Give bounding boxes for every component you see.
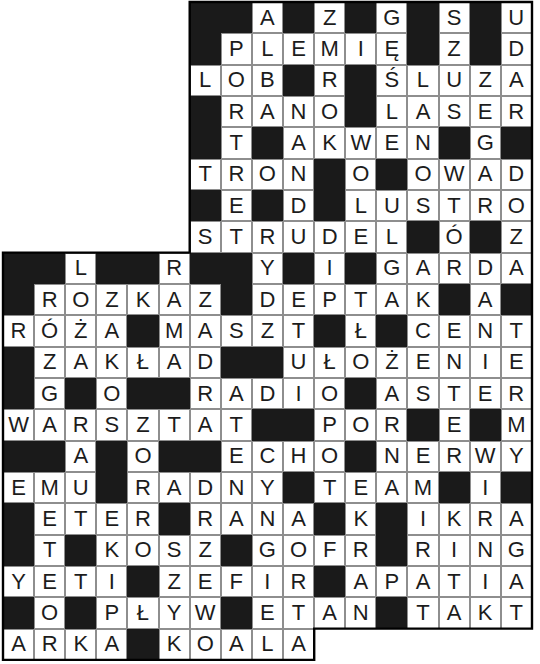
cell-r12c13: S (407, 378, 438, 409)
cell-r8c1 (34, 253, 65, 284)
cell-r1c10: M (314, 33, 345, 64)
cell-r7c9: U (283, 221, 314, 252)
cell-r12c14: T (439, 378, 470, 409)
cell-r9c1: R (34, 284, 65, 315)
cell-r8c6 (190, 253, 221, 284)
cell-r4c8 (252, 127, 283, 158)
cell-r17c3: K (96, 535, 127, 566)
cell-r13c10: P (314, 409, 345, 440)
cell-r15c2: U (65, 472, 96, 503)
cell-r19c11: N (345, 597, 376, 628)
cell-r7c8: R (252, 221, 283, 252)
cell-r0c10: Z (314, 2, 345, 33)
cell-r7c14: Ó (439, 221, 470, 252)
cell-r16c0 (3, 503, 34, 534)
cell-r4c9: A (283, 127, 314, 158)
cell-r19c8: E (252, 597, 283, 628)
cell-r5c14: W (439, 159, 470, 190)
cell-r16c8: N (252, 503, 283, 534)
cell-r4c7: T (221, 127, 252, 158)
cell-r18c2: T (65, 566, 96, 597)
cell-r3c16: R (501, 96, 532, 127)
cell-r15c15: I (470, 472, 501, 503)
cell-r16c13: I (407, 503, 438, 534)
cell-r15c13: M (407, 472, 438, 503)
cell-r14c3 (96, 441, 127, 472)
cell-r16c5 (159, 503, 190, 534)
cell-r10c9: T (283, 315, 314, 346)
cell-r7c13 (407, 221, 438, 252)
cell-r2c9 (283, 65, 314, 96)
cell-r20c3: A (96, 629, 127, 660)
cell-r6c8 (252, 190, 283, 221)
cell-r8c12: G (376, 253, 407, 284)
cell-r16c2: T (65, 503, 96, 534)
cell-r17c13: R (407, 535, 438, 566)
cell-r17c5: S (159, 535, 190, 566)
cell-r18c14: T (439, 566, 470, 597)
cell-r6c10 (314, 190, 345, 221)
cell-r15c0: E (3, 472, 34, 503)
cell-r16c6: R (190, 503, 221, 534)
cell-r0c12: G (376, 2, 407, 33)
cell-r9c7 (221, 284, 252, 315)
cell-r6c16: O (501, 190, 532, 221)
cell-r13c6: A (190, 409, 221, 440)
cell-r15c14 (439, 472, 470, 503)
cell-r8c13: A (407, 253, 438, 284)
cell-r14c8: C (252, 441, 283, 472)
cell-r9c8: D (252, 284, 283, 315)
cell-r15c3 (96, 472, 127, 503)
cell-r12c16: R (501, 378, 532, 409)
crossword-grid: AZGSUPLEMIĘZDLOBRŚLUZARANOLASERTAKWENGTR… (3, 2, 532, 660)
cell-r16c15: R (470, 503, 501, 534)
cell-r10c5: M (159, 315, 190, 346)
cell-r1c15 (470, 33, 501, 64)
cell-r10c2: Ż (65, 315, 96, 346)
cell-r11c3: K (96, 347, 127, 378)
cell-r9c5: A (159, 284, 190, 315)
cell-r19c16: T (501, 597, 532, 628)
cell-r19c14: A (439, 597, 470, 628)
cell-r13c9 (283, 409, 314, 440)
cell-r1c8: L (252, 33, 283, 64)
cell-r18c6: E (190, 566, 221, 597)
cell-r16c4: R (127, 503, 158, 534)
cell-r7c15 (470, 221, 501, 252)
cell-r12c2 (65, 378, 96, 409)
cell-r13c5: T (159, 409, 190, 440)
cell-r19c9: T (283, 597, 314, 628)
cell-r8c14: R (439, 253, 470, 284)
cell-r9c0 (3, 284, 34, 315)
cell-r19c5: Y (159, 597, 190, 628)
cell-r3c7: R (221, 96, 252, 127)
cell-r17c10: F (314, 535, 345, 566)
cell-r1c11: I (345, 33, 376, 64)
cell-r8c3 (96, 253, 127, 284)
cell-r15c1: M (34, 472, 65, 503)
cell-r18c12: P (376, 566, 407, 597)
cell-r9c11: T (345, 284, 376, 315)
cell-r5c12 (376, 159, 407, 190)
cell-r14c13: E (407, 441, 438, 472)
cell-r8c16: A (501, 253, 532, 284)
cell-r10c10 (314, 315, 345, 346)
cell-r6c7: E (221, 190, 252, 221)
cell-r10c4 (127, 315, 158, 346)
cell-r15c16 (501, 472, 532, 503)
cell-r9c9: E (283, 284, 314, 315)
cell-r14c0 (3, 441, 34, 472)
cell-r10c16: T (501, 315, 532, 346)
cell-r2c8: B (252, 65, 283, 96)
cell-r19c10: A (314, 597, 345, 628)
cell-r2c10: R (314, 65, 345, 96)
cell-r7c6: S (190, 221, 221, 252)
cell-r17c14: I (439, 535, 470, 566)
cell-r19c4: Ł (127, 597, 158, 628)
cell-r12c9: I (283, 378, 314, 409)
cell-r17c9: O (283, 535, 314, 566)
cell-r14c5 (159, 441, 190, 472)
cell-r10c15: N (470, 315, 501, 346)
cell-r18c3: I (96, 566, 127, 597)
cell-r7c11: E (345, 221, 376, 252)
cell-r0c6 (190, 2, 221, 33)
cell-r16c1: E (34, 503, 65, 534)
cell-r16c12 (376, 503, 407, 534)
cell-r11c10: Ł (314, 347, 345, 378)
cell-r3c11 (345, 96, 376, 127)
cell-r18c1: E (34, 566, 65, 597)
cell-r5c7: R (221, 159, 252, 190)
cell-r16c11: K (345, 503, 376, 534)
cell-r0c9 (283, 2, 314, 33)
cell-r7c16: Z (501, 221, 532, 252)
cell-r15c5: A (159, 472, 190, 503)
cell-r0c11 (345, 2, 376, 33)
cell-r12c8: D (252, 378, 283, 409)
cell-r19c12 (376, 597, 407, 628)
cell-r8c0 (3, 253, 34, 284)
cell-r15c10: T (314, 472, 345, 503)
cell-r10c12 (376, 315, 407, 346)
cell-r16c14: K (439, 503, 470, 534)
cell-r6c11: L (345, 190, 376, 221)
cell-r19c3: P (96, 597, 127, 628)
cell-r9c14 (439, 284, 470, 315)
cell-r10c8: Z (252, 315, 283, 346)
cell-r19c1: O (34, 597, 65, 628)
cell-r12c4 (127, 378, 158, 409)
cell-r3c10: O (314, 96, 345, 127)
cell-r14c10: O (314, 441, 345, 472)
cell-r2c11 (345, 65, 376, 96)
cell-r9c4: K (127, 284, 158, 315)
cell-r8c11 (345, 253, 376, 284)
cell-r18c11: A (345, 566, 376, 597)
cell-r6c15: R (470, 190, 501, 221)
cell-r19c6: W (190, 597, 221, 628)
cell-r4c16 (501, 127, 532, 158)
cell-r10c13: C (407, 315, 438, 346)
cell-r13c1: A (34, 409, 65, 440)
cell-r6c9: D (283, 190, 314, 221)
cell-r5c13: O (407, 159, 438, 190)
cell-r5c8: O (252, 159, 283, 190)
cell-r0c16: U (501, 2, 532, 33)
cell-r9c10: P (314, 284, 345, 315)
cell-r0c14: S (439, 2, 470, 33)
cell-r19c2 (65, 597, 96, 628)
cell-r2c15: Z (470, 65, 501, 96)
cell-r15c9 (283, 472, 314, 503)
cell-r20c9: A (283, 629, 314, 660)
cell-r13c3: S (96, 409, 127, 440)
cell-r15c8: Y (252, 472, 283, 503)
cell-r7c10: D (314, 221, 345, 252)
cell-r12c3: O (96, 378, 127, 409)
cell-r18c8: I (252, 566, 283, 597)
cell-r1c7: P (221, 33, 252, 64)
cell-r13c15 (470, 409, 501, 440)
cell-r4c13: N (407, 127, 438, 158)
cell-r20c0: A (3, 629, 34, 660)
cell-r12c11 (345, 378, 376, 409)
cell-r18c4 (127, 566, 158, 597)
cell-r17c12 (376, 535, 407, 566)
cell-r13c8 (252, 409, 283, 440)
cell-r14c4: O (127, 441, 158, 472)
cell-r18c13: A (407, 566, 438, 597)
cell-r10c6: A (190, 315, 221, 346)
cell-r6c14: T (439, 190, 470, 221)
crossword-board: AZGSUPLEMIĘZDLOBRŚLUZARANOLASERTAKWENGTR… (0, 0, 540, 664)
cell-r19c13: T (407, 597, 438, 628)
cell-r10c7: S (221, 315, 252, 346)
cell-r16c16: A (501, 503, 532, 534)
cell-r3c12: L (376, 96, 407, 127)
cell-r20c6: O (190, 629, 221, 660)
cell-r8c4 (127, 253, 158, 284)
cell-r8c10: I (314, 253, 345, 284)
cell-r9c12: A (376, 284, 407, 315)
cell-r15c11: E (345, 472, 376, 503)
cell-r3c6 (190, 96, 221, 127)
cell-r19c0 (3, 597, 34, 628)
cell-r20c5: K (159, 629, 190, 660)
cell-r19c15: K (470, 597, 501, 628)
cell-r13c12: R (376, 409, 407, 440)
cell-r9c3: Z (96, 284, 127, 315)
cell-r5c6: T (190, 159, 221, 190)
cell-r4c14 (439, 127, 470, 158)
cell-r4c15: G (470, 127, 501, 158)
cell-r14c6 (190, 441, 221, 472)
cell-r11c4: Ł (127, 347, 158, 378)
cell-r18c15: I (470, 566, 501, 597)
cell-r18c9: R (283, 566, 314, 597)
cell-r2c6: L (190, 65, 221, 96)
cell-r8c8: Y (252, 253, 283, 284)
cell-r20c8: L (252, 629, 283, 660)
cell-r4c11: W (345, 127, 376, 158)
cell-r11c5: A (159, 347, 190, 378)
cell-r0c8: A (252, 2, 283, 33)
cell-r12c1: G (34, 378, 65, 409)
cell-r9c2: O (65, 284, 96, 315)
cell-r5c11: O (345, 159, 376, 190)
cell-r8c9 (283, 253, 314, 284)
cell-r16c10 (314, 503, 345, 534)
cell-r17c7 (221, 535, 252, 566)
cell-r16c7: A (221, 503, 252, 534)
cell-r14c2: A (65, 441, 96, 472)
cell-r17c16: G (501, 535, 532, 566)
cell-r18c16: A (501, 566, 532, 597)
cell-r11c7 (221, 347, 252, 378)
cell-r0c15 (470, 2, 501, 33)
cell-r3c14: S (439, 96, 470, 127)
cell-r18c5: Z (159, 566, 190, 597)
cell-r13c16: M (501, 409, 532, 440)
cell-r13c0: W (3, 409, 34, 440)
cell-r5c9: N (283, 159, 314, 190)
cell-r20c1: R (34, 629, 65, 660)
cell-r14c14: R (439, 441, 470, 472)
cell-r14c7: E (221, 441, 252, 472)
cell-r3c9: N (283, 96, 314, 127)
cell-r16c3: E (96, 503, 127, 534)
cell-r3c15: E (470, 96, 501, 127)
cell-r12c12: A (376, 378, 407, 409)
cell-r13c2: R (65, 409, 96, 440)
cell-r8c2: L (65, 253, 96, 284)
cell-r3c13: A (407, 96, 438, 127)
cell-r10c11: Ł (345, 315, 376, 346)
cell-r9c15: A (470, 284, 501, 315)
cell-r0c7 (221, 2, 252, 33)
cell-r11c15: I (470, 347, 501, 378)
cell-r8c15: D (470, 253, 501, 284)
cell-r2c16: A (501, 65, 532, 96)
cell-r14c1 (34, 441, 65, 472)
cell-r12c7: A (221, 378, 252, 409)
cell-r2c14: U (439, 65, 470, 96)
cell-r7c12: L (376, 221, 407, 252)
cell-r17c1: T (34, 535, 65, 566)
cell-r12c15: E (470, 378, 501, 409)
cell-r0c13 (407, 2, 438, 33)
cell-r15c7: N (221, 472, 252, 503)
cell-r5c15: A (470, 159, 501, 190)
cell-r14c16: Y (501, 441, 532, 472)
cell-r9c16 (501, 284, 532, 315)
cell-r9c6: Z (190, 284, 221, 315)
cell-r19c7 (221, 597, 252, 628)
cell-r11c6: D (190, 347, 221, 378)
cell-r11c16: E (501, 347, 532, 378)
cell-r2c12: Ś (376, 65, 407, 96)
cell-r14c12: N (376, 441, 407, 472)
cell-r10c0: R (3, 315, 34, 346)
cell-r8c7 (221, 253, 252, 284)
cell-r17c15: N (470, 535, 501, 566)
cell-r15c6: D (190, 472, 221, 503)
cell-r14c9: H (283, 441, 314, 472)
cell-r9c13: K (407, 284, 438, 315)
cell-r10c3: A (96, 315, 127, 346)
cell-r4c12: E (376, 127, 407, 158)
cell-r13c14: E (439, 409, 470, 440)
cell-r11c0 (3, 347, 34, 378)
cell-r6c6 (190, 190, 221, 221)
cell-r13c11: O (345, 409, 376, 440)
cell-r4c10: K (314, 127, 345, 158)
cell-r1c13 (407, 33, 438, 64)
cell-r5c16: D (501, 159, 532, 190)
cell-r14c11 (345, 441, 376, 472)
cell-r8c5: R (159, 253, 190, 284)
cell-r11c1: Z (34, 347, 65, 378)
cell-r1c9: E (283, 33, 314, 64)
cell-r6c13: S (407, 190, 438, 221)
cell-r18c7: F (221, 566, 252, 597)
cell-r20c2: K (65, 629, 96, 660)
cell-r11c11: O (345, 347, 376, 378)
cell-r13c4: Z (127, 409, 158, 440)
cell-r15c4: R (127, 472, 158, 503)
cell-r11c13: E (407, 347, 438, 378)
cell-r10c1: Ó (34, 315, 65, 346)
cell-r17c0 (3, 535, 34, 566)
cell-r12c0 (3, 378, 34, 409)
cell-r17c2 (65, 535, 96, 566)
cell-r11c2: A (65, 347, 96, 378)
cell-r4c6 (190, 127, 221, 158)
cell-r17c4: O (127, 535, 158, 566)
cell-r12c6: R (190, 378, 221, 409)
cell-r2c7: O (221, 65, 252, 96)
cell-r1c14: Z (439, 33, 470, 64)
cell-r20c4 (127, 629, 158, 660)
cell-r1c6 (190, 33, 221, 64)
cell-r16c9: A (283, 503, 314, 534)
cell-r13c7: T (221, 409, 252, 440)
cell-r15c12: A (376, 472, 407, 503)
cell-r13c13 (407, 409, 438, 440)
cell-r3c8: A (252, 96, 283, 127)
cell-r17c8: G (252, 535, 283, 566)
cell-r12c5 (159, 378, 190, 409)
cell-r12c10: O (314, 378, 345, 409)
cell-r11c12: Ż (376, 347, 407, 378)
cell-r7c7: T (221, 221, 252, 252)
cell-r1c16: D (501, 33, 532, 64)
cell-r17c6: Z (190, 535, 221, 566)
cell-r10c14: E (439, 315, 470, 346)
cell-r20c7: A (221, 629, 252, 660)
cell-r1c12: Ę (376, 33, 407, 64)
cell-r11c8 (252, 347, 283, 378)
cell-r18c0: Y (3, 566, 34, 597)
cell-r2c13: L (407, 65, 438, 96)
cell-r17c11: R (345, 535, 376, 566)
cell-r18c10 (314, 566, 345, 597)
cell-r11c9: U (283, 347, 314, 378)
